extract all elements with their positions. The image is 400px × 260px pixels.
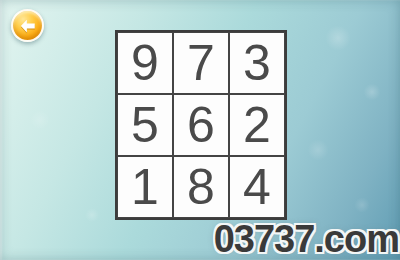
back-button[interactable] [11, 9, 44, 42]
grid-cell-r2c2[interactable]: 6 [173, 94, 229, 156]
number-grid: 9 7 3 5 6 2 1 8 4 [115, 30, 287, 220]
grid-cell-r3c3[interactable]: 4 [229, 156, 285, 218]
watermark: 03737.com [214, 220, 399, 260]
game-screen: 9 7 3 5 6 2 1 8 4 03737.com [0, 0, 400, 260]
left-arrow-icon [19, 17, 37, 35]
grid-cell-r1c1[interactable]: 9 [117, 32, 173, 94]
grid-cell-r2c3[interactable]: 2 [229, 94, 285, 156]
grid-cell-r3c1[interactable]: 1 [117, 156, 173, 218]
grid-cell-r1c3[interactable]: 3 [229, 32, 285, 94]
grid-cell-r3c2[interactable]: 8 [173, 156, 229, 218]
grid-cell-r2c1[interactable]: 5 [117, 94, 173, 156]
grid-cell-r1c2[interactable]: 7 [173, 32, 229, 94]
